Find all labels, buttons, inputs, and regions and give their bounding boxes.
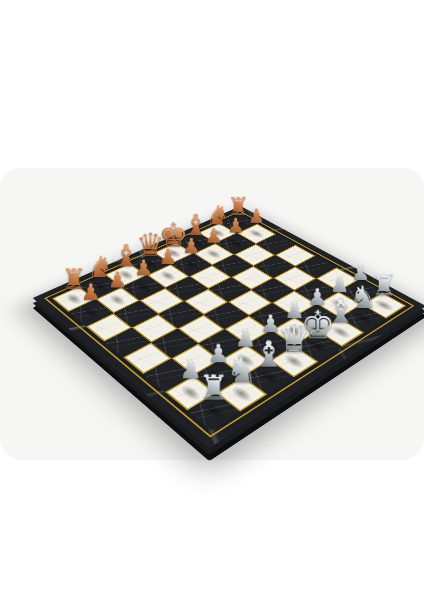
board-frame: ♜♟♟♜♞♟♟♞♝♟♟♝♚♟♟♚♛♟♟♛♝♟♟♝♞♟♟♞♜♟♟♜ [33, 206, 424, 448]
gold-border: ♜♟♟♜♞♟♟♞♝♟♟♝♚♟♟♚♛♟♟♛♝♟♟♝♞♟♟♞♜♟♟♜ [44, 211, 414, 438]
board-square-a1: ♜ [187, 393, 240, 430]
chess-scene: ♜♟♟♜♞♟♟♞♝♟♟♝♚♟♟♚♛♟♟♛♝♟♟♝♞♟♟♞♜♟♟♜ [0, 0, 424, 600]
piece-glyph: ♟ [64, 272, 117, 312]
chess-board: ♜♟♟♜♞♟♟♞♝♟♟♝♚♟♟♚♛♟♟♛♝♟♟♝♞♟♟♞♜♟♟♜ [33, 206, 424, 448]
piece-glyph: ♜ [182, 364, 245, 411]
board-grid: ♜♟♟♜♞♟♟♞♝♟♟♝♚♟♟♚♛♟♟♛♝♟♟♝♞♟♟♞♜♟♟♜ [52, 214, 406, 430]
product-photo: ♜♟♟♜♞♟♟♞♝♟♟♝♚♟♟♚♛♟♟♛♝♟♟♝♞♟♟♞♜♟♟♜ [0, 0, 424, 600]
silver-rook-a1: ♜ [187, 393, 240, 430]
